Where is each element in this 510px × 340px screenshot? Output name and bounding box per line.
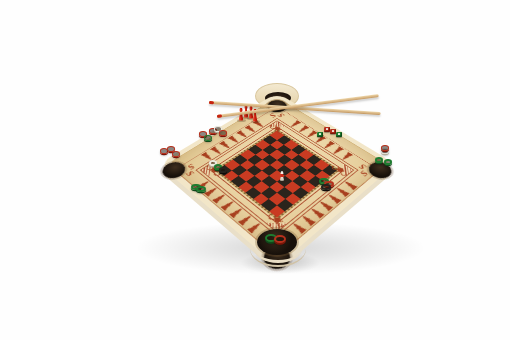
carrom-ring-green [196, 186, 205, 193]
die-green [336, 132, 342, 137]
carrom-ring-black [321, 184, 330, 191]
carrom-ring-green [375, 157, 383, 163]
cue-stick-red-tip [209, 101, 214, 105]
die-pip [332, 130, 334, 132]
die-red [330, 129, 336, 134]
carrom-ring-green [204, 135, 212, 140]
die-pip [338, 133, 340, 135]
skittle-pin-white [280, 171, 285, 181]
carrom-ring-black [219, 167, 228, 173]
carrom-ring-red [381, 145, 389, 151]
die-pip [319, 133, 321, 135]
cue-stick-red-tip [217, 115, 222, 119]
carrom-ring-green [384, 159, 392, 165]
carrom-ring-red [172, 151, 180, 157]
carrom-ring-red [219, 130, 226, 135]
pieces-layer [0, 0, 510, 340]
carrom-ring-red [274, 235, 285, 243]
die-red [324, 127, 330, 132]
carrom-board-product-photo: SSSSSSSS [0, 0, 510, 340]
die-pip [326, 128, 328, 130]
die-green [317, 132, 323, 137]
